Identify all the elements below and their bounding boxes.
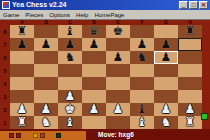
black-bishop: ♝ [137,103,148,116]
title-bar[interactable]: Yea Chess v2.24 _ □ ✕ [0,0,210,10]
app-window: Yea Chess v2.24 _ □ ✕ Game Pieces Option… [0,0,210,140]
square-h6[interactable] [178,51,202,64]
square-d7[interactable]: ♟ [82,38,106,51]
white-pawn: ♟ [65,90,76,103]
toolbar-swatch[interactable] [56,133,61,138]
white-knight: ♞ [41,116,52,129]
square-g3[interactable] [154,90,178,103]
app-icon [2,1,10,9]
square-h1[interactable]: ♜ [178,116,202,129]
menu-bar: Game Pieces Options Help HomePage [0,10,210,20]
square-g7[interactable]: ♟ [154,38,178,51]
square-g2[interactable]: ♟ [154,103,178,116]
square-e7[interactable] [106,38,130,51]
white-pawn: ♟ [161,103,172,116]
rank-label-8: 8 [0,25,10,38]
status-bar: Move: hxg6 [0,129,210,140]
square-c3[interactable]: ♟ [58,90,82,103]
maximize-button[interactable]: □ [189,1,198,9]
square-f5[interactable] [130,64,154,77]
white-rook: ♜ [17,116,28,129]
square-d5[interactable] [82,64,106,77]
square-a4[interactable] [10,77,34,90]
toolbar-swatch[interactable] [9,133,14,138]
black-pawn: ♟ [17,38,28,51]
square-d8[interactable]: ♛ [82,25,106,38]
square-c1[interactable]: ♝ [58,116,82,129]
square-f4[interactable] [130,77,154,90]
square-h8[interactable]: ♜ [178,25,202,38]
square-c6[interactable]: ♞ [58,51,82,64]
square-f8[interactable] [130,25,154,38]
square-e2[interactable]: ♟ [106,103,130,116]
menu-pieces[interactable]: Pieces [22,11,46,19]
white-knight: ♞ [161,116,172,129]
square-e3[interactable] [106,90,130,103]
square-a5[interactable] [10,64,34,77]
square-c4[interactable] [58,77,82,90]
square-b8[interactable] [34,25,58,38]
square-g6[interactable]: ♟ [154,51,178,64]
toolbar-swatch[interactable] [16,133,21,138]
toolbar-swatch[interactable] [33,133,38,138]
move-status: Move: hxg6 [98,129,134,140]
square-c8[interactable]: ♝ [58,25,82,38]
square-h3[interactable] [178,90,202,103]
black-queen: ♛ [89,25,100,38]
white-pawn: ♟ [17,103,28,116]
white-pawn: ♟ [41,103,52,116]
white-pawn: ♟ [89,103,100,116]
square-d1[interactable] [82,116,106,129]
square-a7[interactable]: ♟ [10,38,34,51]
menu-options[interactable]: Options [46,11,73,19]
square-a8[interactable]: ♜ [10,25,34,38]
rank-label-1: 1 [0,116,10,129]
white-bishop: ♝ [65,116,76,129]
square-e6[interactable]: ♟ [106,51,130,64]
black-pawn: ♟ [161,38,172,51]
square-b5[interactable] [34,64,58,77]
square-a2[interactable]: ♟ [10,103,34,116]
square-c2[interactable]: ♚ [58,103,82,116]
window-controls: _ □ ✕ [179,1,208,9]
square-f6[interactable]: ♞ [130,51,154,64]
black-bishop: ♝ [65,25,76,38]
window-title: Yea Chess v2.24 [12,0,177,10]
rank-label-3: 3 [0,90,10,103]
square-b1[interactable]: ♞ [34,116,58,129]
square-d2[interactable]: ♟ [82,103,106,116]
close-button[interactable]: ✕ [199,1,208,9]
square-c7[interactable]: ♟ [58,38,82,51]
square-f7[interactable]: ♟ [130,38,154,51]
square-b7[interactable]: ♟ [34,38,58,51]
black-pawn: ♟ [161,51,172,64]
square-h2[interactable]: ♟ [178,103,202,116]
square-b6[interactable] [34,51,58,64]
black-pawn: ♟ [65,38,76,51]
rank-label-4: 4 [0,77,10,90]
rank-label-6: 6 [0,51,10,64]
rank-label-7: 7 [0,38,10,51]
menu-game[interactable]: Game [0,11,22,19]
turn-indicator [201,113,208,120]
square-d6[interactable] [82,51,106,64]
square-f3[interactable] [130,90,154,103]
black-pawn: ♟ [137,38,148,51]
square-g1[interactable]: ♞ [154,116,178,129]
square-b3[interactable] [34,90,58,103]
square-g8[interactable] [154,25,178,38]
black-knight: ♞ [65,51,76,64]
black-rook: ♜ [17,25,28,38]
square-d4[interactable] [82,77,106,90]
white-pawn: ♟ [185,103,196,116]
toolbar [0,131,86,140]
white-bishop: ♝ [137,116,148,129]
square-b4[interactable] [34,77,58,90]
rank-label-5: 5 [0,64,10,77]
toolbar-swatch[interactable] [40,133,45,138]
square-b2[interactable]: ♟ [34,103,58,116]
square-g4[interactable] [154,77,178,90]
square-h4[interactable] [178,77,202,90]
menu-homepage[interactable]: HomePage [91,11,127,19]
white-pawn: ♟ [113,103,124,116]
menu-help[interactable]: Help [73,11,91,19]
black-pawn: ♟ [89,38,100,51]
black-rook: ♜ [185,25,196,38]
square-h7[interactable] [178,38,202,51]
square-c5[interactable] [58,64,82,77]
square-e4[interactable] [106,77,130,90]
square-e5[interactable] [106,64,130,77]
square-d3[interactable] [82,90,106,103]
black-knight: ♞ [137,51,148,64]
chess-board: A B C D E F G H 8♜♝♛♚♜7♟♟♟♟♟♟6♞♟♞♟543♟2♟… [0,20,210,129]
square-a6[interactable] [10,51,34,64]
square-f2[interactable]: ♝ [130,103,154,116]
square-a3[interactable] [10,90,34,103]
minimize-button[interactable]: _ [179,1,188,9]
square-e1[interactable] [106,116,130,129]
white-rook: ♜ [185,116,196,129]
square-e8[interactable]: ♚ [106,25,130,38]
board-grid: 8♜♝♛♚♜7♟♟♟♟♟♟6♞♟♞♟543♟2♟♟♚♟♟♝♟♟1♜♞♝♝♞♜ [0,25,210,129]
black-pawn: ♟ [113,51,124,64]
black-pawn: ♟ [41,38,52,51]
rank-label-2: 2 [0,103,10,116]
square-a1[interactable]: ♜ [10,116,34,129]
square-h5[interactable] [178,64,202,77]
white-king: ♚ [65,103,76,116]
square-g5[interactable] [154,64,178,77]
black-king: ♚ [113,25,124,38]
square-f1[interactable]: ♝ [130,116,154,129]
